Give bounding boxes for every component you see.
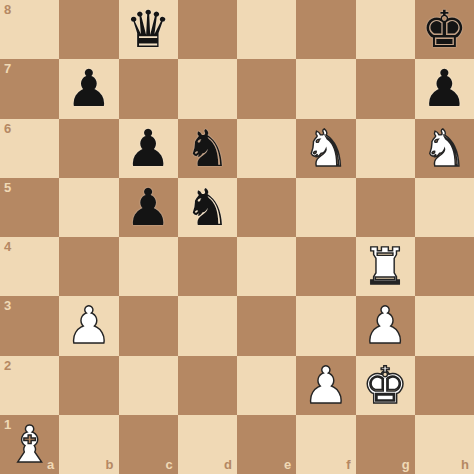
file-label-b: b <box>106 458 114 471</box>
piece-black-pawn[interactable]: ♟ <box>125 178 171 237</box>
square-a2[interactable]: 2 <box>0 356 59 415</box>
rank-label-6: 6 <box>4 122 11 135</box>
square-h3[interactable] <box>415 296 474 355</box>
square-c4[interactable] <box>119 237 178 296</box>
piece-black-king[interactable]: ♚ <box>422 0 468 59</box>
square-c6[interactable]: ♟ <box>119 119 178 178</box>
square-d8[interactable] <box>178 0 237 59</box>
rank-label-7: 7 <box>4 62 11 75</box>
square-e5[interactable] <box>237 178 296 237</box>
square-f1[interactable]: f <box>296 415 355 474</box>
square-c8[interactable]: ♛ <box>119 0 178 59</box>
square-c1[interactable]: c <box>119 415 178 474</box>
square-a1[interactable]: 1a♝ <box>0 415 59 474</box>
square-d3[interactable] <box>178 296 237 355</box>
square-f2[interactable]: ♟ <box>296 356 355 415</box>
square-b4[interactable] <box>59 237 118 296</box>
square-b7[interactable]: ♟ <box>59 59 118 118</box>
file-label-f: f <box>346 458 350 471</box>
square-a4[interactable]: 4 <box>0 237 59 296</box>
square-c7[interactable] <box>119 59 178 118</box>
square-d7[interactable] <box>178 59 237 118</box>
piece-white-knight[interactable]: ♞ <box>303 119 349 178</box>
piece-black-pawn[interactable]: ♟ <box>125 119 171 178</box>
rank-label-5: 5 <box>4 181 11 194</box>
square-d6[interactable]: ♞ <box>178 119 237 178</box>
rank-label-4: 4 <box>4 240 11 253</box>
square-a7[interactable]: 7 <box>0 59 59 118</box>
square-h1[interactable]: h <box>415 415 474 474</box>
square-h4[interactable] <box>415 237 474 296</box>
square-e7[interactable] <box>237 59 296 118</box>
square-d1[interactable]: d <box>178 415 237 474</box>
square-b3[interactable]: ♟ <box>59 296 118 355</box>
piece-white-knight[interactable]: ♞ <box>422 119 468 178</box>
square-b6[interactable] <box>59 119 118 178</box>
piece-black-knight[interactable]: ♞ <box>185 178 231 237</box>
rank-label-2: 2 <box>4 359 11 372</box>
square-c3[interactable] <box>119 296 178 355</box>
square-g4[interactable]: ♜ <box>356 237 415 296</box>
square-f7[interactable] <box>296 59 355 118</box>
file-label-g: g <box>402 458 410 471</box>
square-g5[interactable] <box>356 178 415 237</box>
square-b8[interactable] <box>59 0 118 59</box>
square-f4[interactable] <box>296 237 355 296</box>
file-label-c: c <box>166 458 173 471</box>
square-d5[interactable]: ♞ <box>178 178 237 237</box>
square-c2[interactable] <box>119 356 178 415</box>
square-a8[interactable]: 8 <box>0 0 59 59</box>
square-b5[interactable] <box>59 178 118 237</box>
square-h8[interactable]: ♚ <box>415 0 474 59</box>
piece-white-pawn[interactable]: ♟ <box>66 296 112 355</box>
square-f6[interactable]: ♞ <box>296 119 355 178</box>
piece-white-king[interactable]: ♚ <box>362 356 408 415</box>
square-h7[interactable]: ♟ <box>415 59 474 118</box>
square-h6[interactable]: ♞ <box>415 119 474 178</box>
rank-label-3: 3 <box>4 299 11 312</box>
square-e1[interactable]: e <box>237 415 296 474</box>
square-e8[interactable] <box>237 0 296 59</box>
square-g6[interactable] <box>356 119 415 178</box>
square-b1[interactable]: b <box>59 415 118 474</box>
piece-white-rook[interactable]: ♜ <box>362 237 408 296</box>
square-e2[interactable] <box>237 356 296 415</box>
rank-label-8: 8 <box>4 3 11 16</box>
square-a6[interactable]: 6 <box>0 119 59 178</box>
piece-white-pawn[interactable]: ♟ <box>362 296 408 355</box>
square-g2[interactable]: ♚ <box>356 356 415 415</box>
square-h2[interactable] <box>415 356 474 415</box>
piece-white-pawn[interactable]: ♟ <box>303 356 349 415</box>
piece-black-knight[interactable]: ♞ <box>185 119 231 178</box>
square-g8[interactable] <box>356 0 415 59</box>
square-f3[interactable] <box>296 296 355 355</box>
square-b2[interactable] <box>59 356 118 415</box>
square-a5[interactable]: 5 <box>0 178 59 237</box>
file-label-h: h <box>461 458 469 471</box>
square-a3[interactable]: 3 <box>0 296 59 355</box>
square-e6[interactable] <box>237 119 296 178</box>
piece-black-pawn[interactable]: ♟ <box>66 59 112 118</box>
piece-black-queen[interactable]: ♛ <box>125 0 171 59</box>
square-d4[interactable] <box>178 237 237 296</box>
file-label-d: d <box>224 458 232 471</box>
piece-white-bishop[interactable]: ♝ <box>7 415 53 474</box>
square-g1[interactable]: g <box>356 415 415 474</box>
piece-black-pawn[interactable]: ♟ <box>422 59 468 118</box>
square-f8[interactable] <box>296 0 355 59</box>
chess-board: 8♛♚7♟♟6♟♞♞♞5♟♞4♜3♟♟2♟♚1a♝bcdefgh <box>0 0 474 474</box>
square-h5[interactable] <box>415 178 474 237</box>
square-d2[interactable] <box>178 356 237 415</box>
square-f5[interactable] <box>296 178 355 237</box>
square-c5[interactable]: ♟ <box>119 178 178 237</box>
square-g7[interactable] <box>356 59 415 118</box>
square-g3[interactable]: ♟ <box>356 296 415 355</box>
square-e4[interactable] <box>237 237 296 296</box>
square-e3[interactable] <box>237 296 296 355</box>
file-label-e: e <box>284 458 291 471</box>
